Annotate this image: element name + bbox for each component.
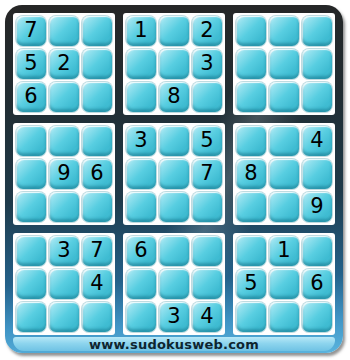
digit: 3 (167, 306, 180, 327)
cell-r9c9[interactable] (302, 302, 332, 332)
cell-r5c2[interactable]: 9 (49, 159, 79, 189)
cell-r9c8[interactable] (269, 302, 299, 332)
digit: 4 (200, 306, 213, 327)
cell-r7c2[interactable]: 3 (49, 236, 79, 266)
digit: 4 (90, 273, 103, 294)
cell-r9c2[interactable] (49, 302, 79, 332)
cell-r5c9[interactable] (302, 159, 332, 189)
cell-r3c1[interactable]: 6 (16, 82, 46, 112)
cell-r8c8[interactable] (269, 269, 299, 299)
box-8: 634 (123, 233, 225, 335)
cell-r8c5[interactable] (159, 269, 189, 299)
box-9: 156 (233, 233, 335, 335)
digit: 6 (24, 86, 37, 107)
cell-r8c3[interactable]: 4 (82, 269, 112, 299)
digit: 7 (200, 163, 213, 184)
box-4: 96 (13, 123, 115, 225)
digit: 5 (24, 53, 37, 74)
cell-r5c3[interactable]: 6 (82, 159, 112, 189)
cell-r7c8[interactable]: 1 (269, 236, 299, 266)
cell-r7c1[interactable] (16, 236, 46, 266)
cell-r2c1[interactable]: 5 (16, 49, 46, 79)
cell-r8c7[interactable]: 5 (236, 269, 266, 299)
cell-r6c4[interactable] (126, 192, 156, 222)
cell-r3c5[interactable]: 8 (159, 82, 189, 112)
cell-r9c6[interactable]: 4 (192, 302, 222, 332)
digit: 6 (310, 273, 323, 294)
cell-r7c5[interactable] (159, 236, 189, 266)
site-url[interactable]: www.sudokusweb.com (89, 337, 259, 352)
digit: 6 (134, 240, 147, 261)
cell-r6c1[interactable] (16, 192, 46, 222)
cell-r2c8[interactable] (269, 49, 299, 79)
cell-r5c6[interactable]: 7 (192, 159, 222, 189)
cell-r1c4[interactable]: 1 (126, 16, 156, 46)
cell-r7c9[interactable] (302, 236, 332, 266)
cell-r5c5[interactable] (159, 159, 189, 189)
digit: 7 (90, 240, 103, 261)
digit: 8 (167, 86, 180, 107)
box-3 (233, 13, 335, 115)
cell-r2c4[interactable] (126, 49, 156, 79)
cell-r9c1[interactable] (16, 302, 46, 332)
cell-r1c2[interactable] (49, 16, 79, 46)
cell-r1c8[interactable] (269, 16, 299, 46)
cell-r8c1[interactable] (16, 269, 46, 299)
cell-r7c3[interactable]: 7 (82, 236, 112, 266)
box-6: 489 (233, 123, 335, 225)
digit: 9 (310, 196, 323, 217)
digit: 5 (244, 273, 257, 294)
digit: 1 (277, 240, 290, 261)
cell-r3c9[interactable] (302, 82, 332, 112)
cell-r4c5[interactable] (159, 126, 189, 156)
cell-r8c4[interactable] (126, 269, 156, 299)
cell-r6c6[interactable] (192, 192, 222, 222)
digit: 6 (90, 163, 103, 184)
digit: 3 (134, 130, 147, 151)
cell-r2c3[interactable] (82, 49, 112, 79)
box-2: 1238 (123, 13, 225, 115)
cell-r3c3[interactable] (82, 82, 112, 112)
cell-r5c1[interactable] (16, 159, 46, 189)
digit: 3 (200, 53, 213, 74)
box-7: 374 (13, 233, 115, 335)
digit: 3 (57, 240, 70, 261)
box-5: 357 (123, 123, 225, 225)
digit: 9 (57, 163, 70, 184)
cell-r1c7[interactable] (236, 16, 266, 46)
cell-r8c6[interactable] (192, 269, 222, 299)
cell-r4c1[interactable] (16, 126, 46, 156)
cell-r2c2[interactable]: 2 (49, 49, 79, 79)
cell-r8c2[interactable] (49, 269, 79, 299)
digit: 7 (24, 20, 37, 41)
cell-r4c7[interactable] (236, 126, 266, 156)
digit: 2 (57, 53, 70, 74)
cell-r6c7[interactable] (236, 192, 266, 222)
digit: 4 (310, 130, 323, 151)
cell-r4c8[interactable] (269, 126, 299, 156)
cell-r4c3[interactable] (82, 126, 112, 156)
cell-r1c9[interactable] (302, 16, 332, 46)
cell-r1c3[interactable] (82, 16, 112, 46)
cell-r7c6[interactable] (192, 236, 222, 266)
cell-r2c5[interactable] (159, 49, 189, 79)
cell-r1c6[interactable]: 2 (192, 16, 222, 46)
cell-r3c2[interactable] (49, 82, 79, 112)
cell-r5c7[interactable]: 8 (236, 159, 266, 189)
cell-r9c5[interactable]: 3 (159, 302, 189, 332)
cell-r2c6[interactable]: 3 (192, 49, 222, 79)
digit: 5 (200, 130, 213, 151)
cell-r9c7[interactable] (236, 302, 266, 332)
sudoku-grid: 7526123896357489374634156 (13, 13, 335, 335)
cell-r4c9[interactable]: 4 (302, 126, 332, 156)
cell-r3c4[interactable] (126, 82, 156, 112)
cell-r5c4[interactable] (126, 159, 156, 189)
box-1: 7526 (13, 13, 115, 115)
cell-r1c5[interactable] (159, 16, 189, 46)
digit: 8 (244, 163, 257, 184)
digit: 2 (200, 20, 213, 41)
cell-r9c3[interactable] (82, 302, 112, 332)
cell-r4c4[interactable]: 3 (126, 126, 156, 156)
cell-r3c6[interactable] (192, 82, 222, 112)
cell-r1c1[interactable]: 7 (16, 16, 46, 46)
cell-r7c4[interactable]: 6 (126, 236, 156, 266)
cell-r6c8[interactable] (269, 192, 299, 222)
footer-band: www.sudokusweb.com (13, 337, 335, 351)
cell-r6c3[interactable] (82, 192, 112, 222)
cell-r2c7[interactable] (236, 49, 266, 79)
cell-r5c8[interactable] (269, 159, 299, 189)
sudoku-board: 7526123896357489374634156 www.sudokusweb… (5, 5, 343, 353)
cell-r6c9[interactable]: 9 (302, 192, 332, 222)
cell-r8c9[interactable]: 6 (302, 269, 332, 299)
cell-r3c8[interactable] (269, 82, 299, 112)
cell-r4c6[interactable]: 5 (192, 126, 222, 156)
cell-r2c9[interactable] (302, 49, 332, 79)
cell-r4c2[interactable] (49, 126, 79, 156)
cell-r6c2[interactable] (49, 192, 79, 222)
digit: 1 (134, 20, 147, 41)
cell-r9c4[interactable] (126, 302, 156, 332)
cell-r7c7[interactable] (236, 236, 266, 266)
cell-r6c5[interactable] (159, 192, 189, 222)
cell-r3c7[interactable] (236, 82, 266, 112)
